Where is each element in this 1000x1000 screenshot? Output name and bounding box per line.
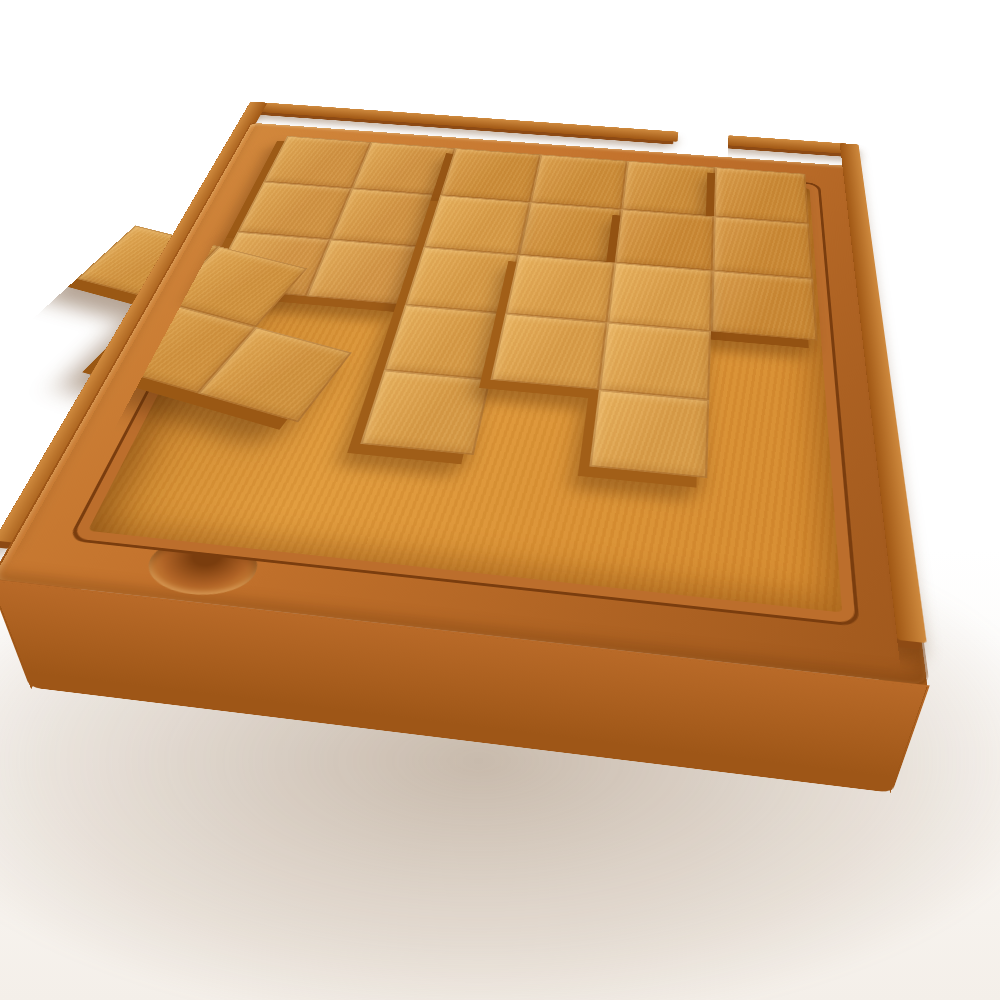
piece-P-cell: [607, 262, 713, 331]
photo-scene: [0, 0, 1000, 1000]
offboard-piece-anchor: [13, 241, 388, 399]
piece-P-cell: [599, 322, 711, 400]
piece-P-cell: [505, 255, 615, 323]
piece-P-cell: [590, 390, 710, 478]
piece-P-cell: [490, 314, 607, 390]
puzzle-box: [0, 123, 927, 686]
